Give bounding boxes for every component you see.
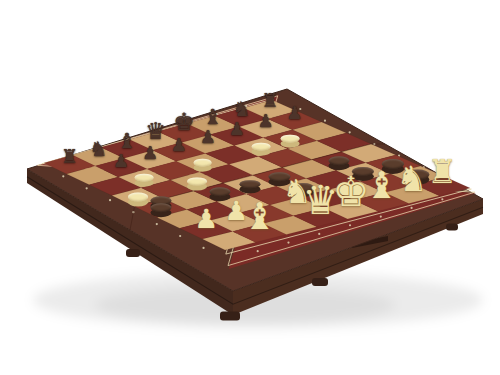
white-queen[interactable]: ♛ [302, 180, 338, 220]
black-knight[interactable]: ♞ [89, 138, 107, 158]
board-foot [446, 224, 458, 231]
light-checker-disc[interactable] [135, 174, 154, 182]
border-stud [380, 215, 382, 217]
border-stud [318, 233, 320, 235]
dark-checker-disc[interactable] [328, 156, 349, 165]
border-stud [62, 175, 64, 177]
black-bishop[interactable]: ♝ [203, 106, 222, 127]
black-knight[interactable]: ♞ [232, 99, 250, 119]
board-foot [126, 249, 140, 257]
border-stud [202, 247, 204, 249]
light-checker-disc[interactable] [281, 135, 300, 143]
border-stud [109, 199, 111, 201]
board-foot [220, 312, 240, 321]
border-stud [179, 235, 181, 237]
border-stud [156, 223, 158, 225]
white-pawn[interactable]: ♟ [194, 206, 218, 232]
black-pawn[interactable]: ♟ [113, 151, 129, 169]
border-stud [86, 187, 88, 189]
black-pawn[interactable]: ♟ [258, 112, 274, 130]
light-checker-disc[interactable] [252, 143, 271, 151]
border-stud [324, 120, 326, 122]
black-pawn[interactable]: ♟ [200, 128, 216, 146]
black-pawn[interactable]: ♟ [171, 135, 187, 153]
board-foot [312, 278, 328, 286]
border-stud [349, 224, 351, 226]
border-stud [441, 198, 443, 200]
border-stud [287, 241, 289, 243]
black-king[interactable]: ♚ [174, 111, 195, 135]
black-pawn[interactable]: ♟ [142, 143, 158, 161]
black-bishop[interactable]: ♝ [117, 129, 136, 150]
border-stud [410, 207, 412, 209]
black-rook[interactable]: ♜ [261, 92, 278, 111]
white-knight[interactable]: ♞ [396, 162, 427, 197]
border-stud [257, 250, 259, 252]
white-bishop[interactable]: ♝ [365, 168, 398, 205]
product-photo-scene: ♜♞♟♝♟♚♟♛♟♝♟♞♟♜♟♜♞♝♞♚♛♟♟♝ [0, 0, 500, 375]
black-pawn[interactable]: ♟ [229, 120, 245, 138]
dark-checker-disc[interactable] [239, 180, 260, 189]
black-rook[interactable]: ♜ [61, 147, 78, 166]
dark-checker-disc[interactable] [150, 203, 171, 212]
border-stud [349, 131, 351, 133]
black-pawn[interactable]: ♟ [287, 104, 303, 122]
black-queen[interactable]: ♛ [145, 120, 166, 143]
white-rook[interactable]: ♜ [427, 156, 457, 189]
light-checker-disc[interactable] [193, 158, 212, 166]
white-bishop[interactable]: ♝ [243, 199, 276, 236]
